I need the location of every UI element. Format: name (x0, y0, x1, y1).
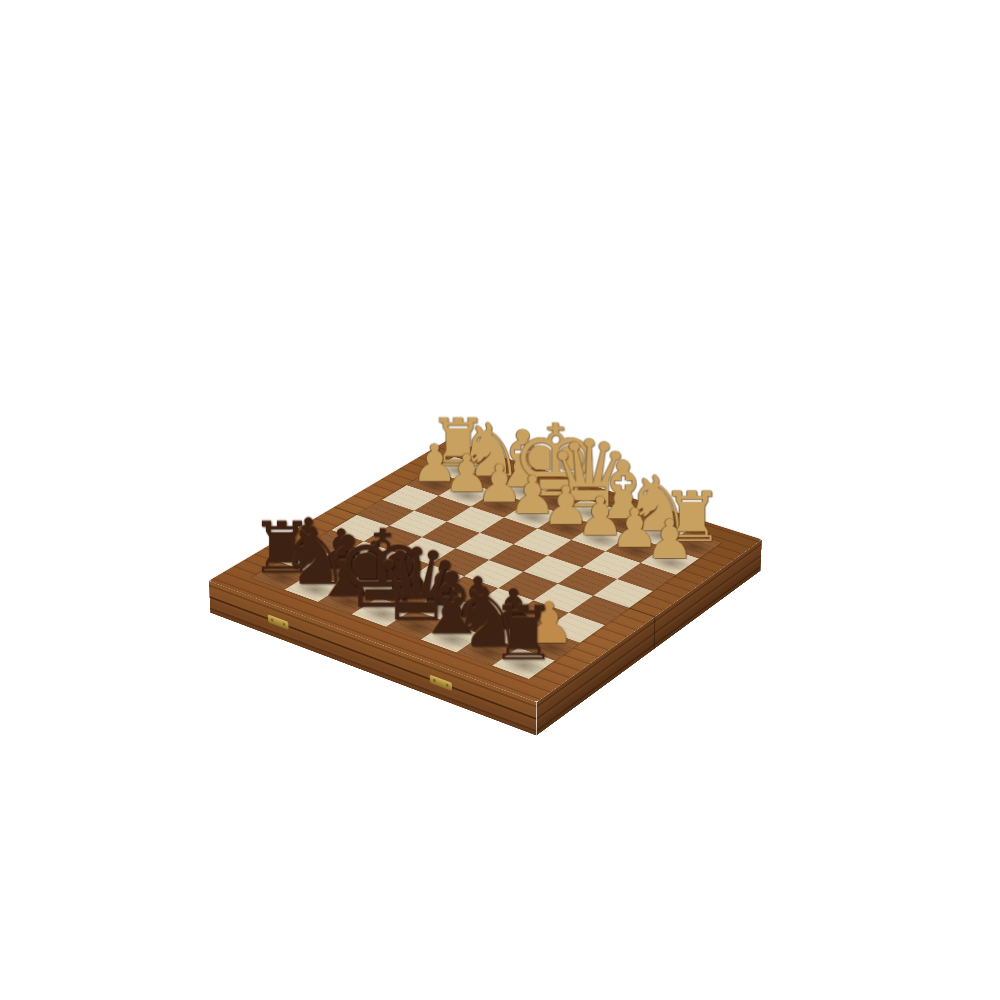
product-photo-scene: ♜♞♝♛♚♝♞♜♟♟♟♟♟♟♟♟♟♟♟♟♟♟♟♟♜♞♝♛♚♝♞♜ (0, 0, 1000, 1000)
box-right-seam (653, 616, 655, 649)
chess-board-box: ♜♞♝♛♚♝♞♜♟♟♟♟♟♟♟♟♟♟♟♟♟♟♟♟♜♞♝♛♚♝♞♜ (209, 440, 762, 703)
board-top-face: ♜♞♝♛♚♝♞♜♟♟♟♟♟♟♟♟♟♟♟♟♟♟♟♟♜♞♝♛♚♝♞♜ (209, 440, 762, 703)
pieces-layer: ♜♞♝♛♚♝♞♜♟♟♟♟♟♟♟♟♟♟♟♟♟♟♟♟♜♞♝♛♚♝♞♜ (209, 440, 762, 703)
piece-white-rook-a1: ♜ (623, 485, 762, 551)
piece-black-pawn-h7: ♟ (238, 513, 378, 564)
brass-hinge (268, 614, 289, 630)
brass-hinge (430, 674, 452, 691)
